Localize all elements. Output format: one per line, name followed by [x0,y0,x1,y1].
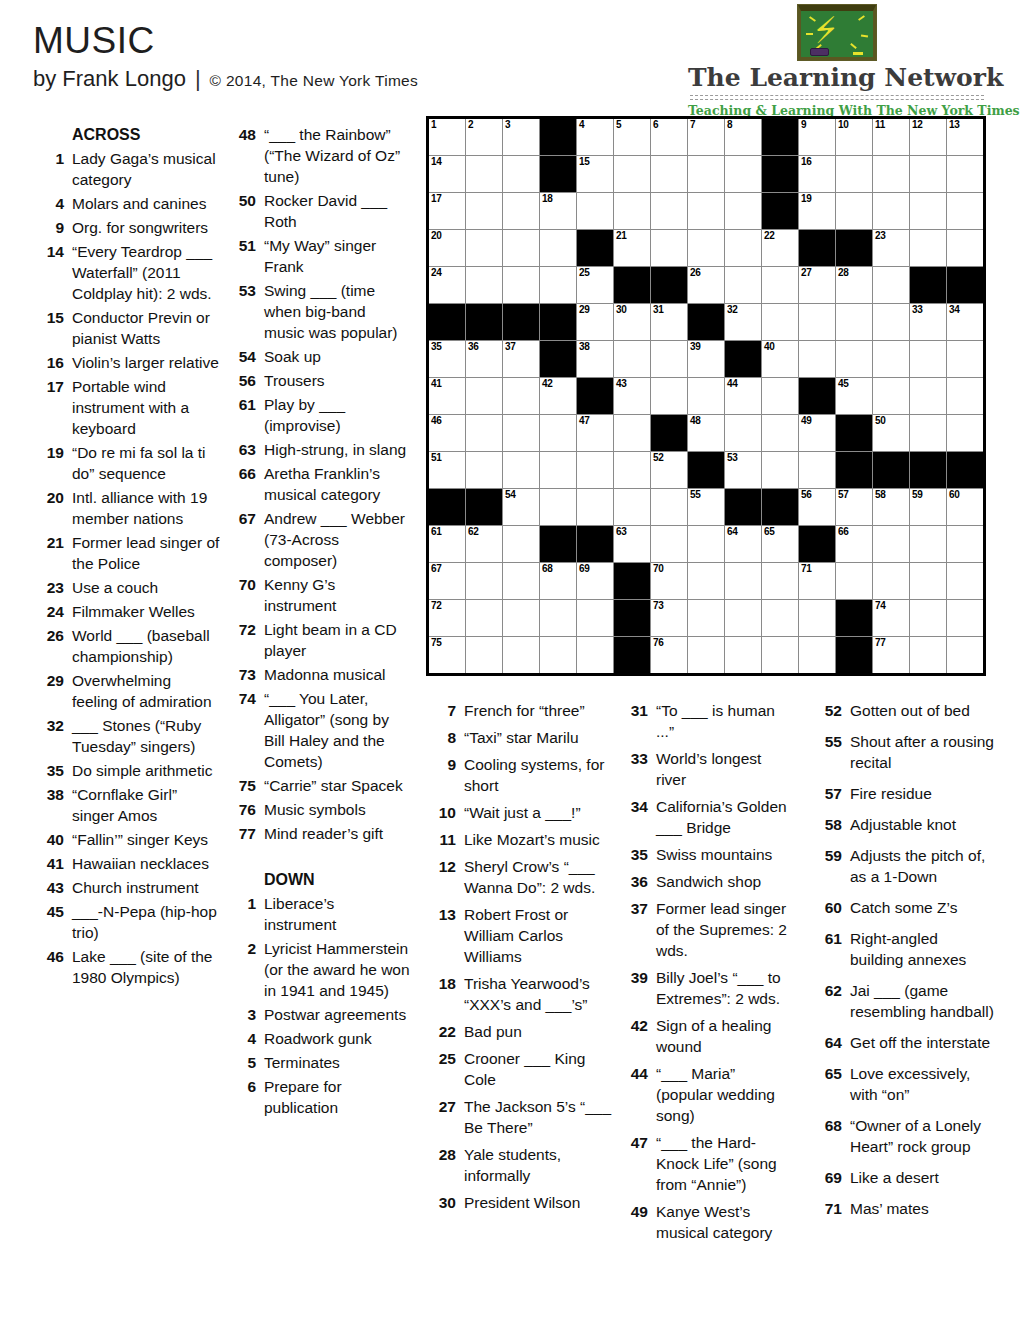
cell-number-14: 14 [431,156,442,168]
cell-r15c5[interactable] [577,637,613,673]
cell-r1c15[interactable]: 13 [947,119,983,155]
black-cell-r12c11 [799,526,835,562]
clue-text: Bad pun [464,1021,616,1042]
cell-r2c6[interactable] [614,156,650,192]
cell-r11c14[interactable]: 59 [910,489,946,525]
cell-r5c8[interactable]: 26 [688,267,724,303]
clue-down-57: 57Fire residue [816,783,994,804]
cell-number-22: 22 [764,230,775,242]
clue-number: 49 [622,1201,648,1243]
clue-down-7: 7French for “three” [430,700,616,721]
cell-r7c8[interactable]: 39 [688,341,724,377]
clue-across-50: 50Rocker David ___ Roth [230,190,410,232]
cell-r11c12[interactable]: 57 [836,489,872,525]
cell-r2c13[interactable] [873,156,909,192]
cell-r12c2[interactable]: 62 [466,526,502,562]
cell-r1c12[interactable]: 10 [836,119,872,155]
clue-text: World ___ (baseball championship) [72,625,220,667]
cell-r9c10[interactable] [762,415,798,451]
cell-r14c3[interactable] [503,600,539,636]
clue-number: 31 [622,700,648,742]
cell-r3c13[interactable] [873,193,909,229]
clue-text: Former lead singer of the Police [72,532,220,574]
cell-r12c1[interactable]: 61 [429,526,465,562]
cell-r3c5[interactable] [577,193,613,229]
cell-r10c6[interactable] [614,452,650,488]
cell-r6c15[interactable]: 34 [947,304,983,340]
cell-r7c2[interactable]: 36 [466,341,502,377]
cell-r10c9[interactable]: 53 [725,452,761,488]
clue-text: Light beam in a CD player [264,619,410,661]
cell-r8c7[interactable] [651,378,687,414]
cell-r13c14[interactable] [910,563,946,599]
clue-text: “To ___ is human ...” [656,700,792,742]
clue-number: 36 [622,871,648,892]
cell-r6c10[interactable] [762,304,798,340]
cell-r15c10[interactable] [762,637,798,673]
cell-r10c4[interactable] [540,452,576,488]
clue-text: ___ Stones (“Ruby Tuesday” singers) [72,715,220,757]
cell-r8c8[interactable] [688,378,724,414]
learning-network-logo: ⚡ The Learning Network Teaching & Learni… [688,5,986,118]
cell-number-24: 24 [431,267,442,279]
cell-r8c3[interactable] [503,378,539,414]
cell-r6c9[interactable]: 32 [725,304,761,340]
cell-r4c4[interactable] [540,230,576,266]
cell-r7c3[interactable]: 37 [503,341,539,377]
cell-r5c1[interactable]: 24 [429,267,465,303]
cell-r14c13[interactable]: 74 [873,600,909,636]
cell-r14c2[interactable] [466,600,502,636]
clue-across-46: 46Lake ___ (site of the 1980 Olympics) [38,946,220,988]
cell-r11c8[interactable]: 55 [688,489,724,525]
cell-r15c7[interactable]: 76 [651,637,687,673]
black-cell-r6c8 [688,304,724,340]
cell-r10c1[interactable]: 51 [429,452,465,488]
clue-number: 3 [230,1004,256,1025]
cell-r12c8[interactable] [688,526,724,562]
cell-r4c3[interactable] [503,230,539,266]
clue-number: 21 [38,532,64,574]
cell-r1c2[interactable]: 2 [466,119,502,155]
cell-r13c2[interactable] [466,563,502,599]
cell-r8c2[interactable] [466,378,502,414]
cell-r3c3[interactable] [503,193,539,229]
cell-r5c9[interactable] [725,267,761,303]
cell-number-70: 70 [653,563,664,575]
cell-r15c14[interactable] [910,637,946,673]
cell-r3c2[interactable] [466,193,502,229]
cell-r12c3[interactable] [503,526,539,562]
cell-r6c14[interactable]: 33 [910,304,946,340]
cell-r9c5[interactable]: 47 [577,415,613,451]
clue-across-23: 23Use a couch [38,577,220,598]
clue-across-70: 70Kenny G’s instrument [230,574,410,616]
cell-r9c1[interactable]: 46 [429,415,465,451]
cell-r7c1[interactable]: 35 [429,341,465,377]
cell-r8c15[interactable] [947,378,983,414]
clue-text: Jai ___ (game resembling handball) [850,980,994,1022]
cell-number-16: 16 [801,156,812,168]
cell-r14c5[interactable] [577,600,613,636]
cell-r12c13[interactable] [873,526,909,562]
cell-number-38: 38 [579,341,590,353]
cell-r5c12[interactable]: 28 [836,267,872,303]
cell-r9c11[interactable]: 49 [799,415,835,451]
cell-r13c9[interactable] [725,563,761,599]
cell-r15c13[interactable]: 77 [873,637,909,673]
cell-r13c7[interactable]: 70 [651,563,687,599]
cell-r8c13[interactable] [873,378,909,414]
cell-r6c11[interactable] [799,304,835,340]
cell-r3c1[interactable]: 17 [429,193,465,229]
clue-across-38: 38“Cornflake Girl” singer Amos [38,784,220,826]
cell-r2c2[interactable] [466,156,502,192]
cell-r8c10[interactable] [762,378,798,414]
cell-r4c9[interactable] [725,230,761,266]
cell-r1c5[interactable]: 4 [577,119,613,155]
clue-text: Intl. alliance with 19 member nations [72,487,220,529]
cell-r5c3[interactable] [503,267,539,303]
clue-text: Lyricist Hammerstein (or the award he wo… [264,938,410,1001]
black-cell-r7c4 [540,341,576,377]
cell-r4c7[interactable] [651,230,687,266]
cell-r4c8[interactable] [688,230,724,266]
cell-r1c6[interactable]: 5 [614,119,650,155]
clue-number: 61 [230,394,256,436]
cell-r9c3[interactable] [503,415,539,451]
black-cell-r10c8 [688,452,724,488]
cell-r4c15[interactable] [947,230,983,266]
clue-number: 12 [430,856,456,898]
black-cell-r11c10 [762,489,798,525]
clue-number: 22 [430,1021,456,1042]
cell-r7c14[interactable] [910,341,946,377]
cell-r12c14[interactable] [910,526,946,562]
cell-r8c9[interactable]: 44 [725,378,761,414]
cell-r3c11[interactable]: 19 [799,193,835,229]
cell-number-28: 28 [838,267,849,279]
cell-r15c1[interactable]: 75 [429,637,465,673]
spark-dash-icon [850,43,857,49]
clue-down-2: 2Lyricist Hammerstein (or the award he w… [230,938,410,1001]
cell-r14c14[interactable] [910,600,946,636]
cell-r14c1[interactable]: 72 [429,600,465,636]
cell-r6c5[interactable]: 29 [577,304,613,340]
black-cell-r15c12 [836,637,872,673]
clue-number: 17 [38,376,64,439]
black-cell-r11c1 [429,489,465,525]
clue-number: 61 [816,928,842,970]
cell-r1c3[interactable]: 3 [503,119,539,155]
cell-r2c1[interactable]: 14 [429,156,465,192]
cell-r1c8[interactable]: 7 [688,119,724,155]
cell-r8c1[interactable]: 41 [429,378,465,414]
cell-r15c2[interactable] [466,637,502,673]
cell-r7c10[interactable]: 40 [762,341,798,377]
cell-r1c1[interactable]: 1 [429,119,465,155]
cell-r5c5[interactable]: 25 [577,267,613,303]
clue-number: 27 [430,1096,456,1138]
cell-r2c5[interactable]: 15 [577,156,613,192]
cell-r6c6[interactable]: 30 [614,304,650,340]
cell-r1c7[interactable]: 6 [651,119,687,155]
cell-r13c10[interactable] [762,563,798,599]
cell-r7c6[interactable] [614,341,650,377]
cell-r6c13[interactable] [873,304,909,340]
clue-number: 23 [38,577,64,598]
cell-r9c13[interactable]: 50 [873,415,909,451]
cell-r10c5[interactable] [577,452,613,488]
cell-r3c8[interactable] [688,193,724,229]
cell-r12c10[interactable]: 65 [762,526,798,562]
down-header: DOWN [264,869,410,890]
cell-number-46: 46 [431,415,442,427]
cell-r15c15[interactable] [947,637,983,673]
cell-r2c12[interactable] [836,156,872,192]
cell-number-45: 45 [838,378,849,390]
cell-number-64: 64 [727,526,738,538]
black-cell-r11c2 [466,489,502,525]
clue-across-14: 14“Every Teardrop ___ Waterfall” (2011 C… [38,241,220,304]
cell-r15c11[interactable] [799,637,835,673]
cell-r9c9[interactable] [725,415,761,451]
clue-number: 77 [230,823,256,844]
cell-number-31: 31 [653,304,664,316]
clue-number: 19 [38,442,64,484]
cell-r1c11[interactable]: 9 [799,119,835,155]
clue-number: 50 [230,190,256,232]
cell-r14c9[interactable] [725,600,761,636]
cell-r14c11[interactable] [799,600,835,636]
cell-r13c3[interactable] [503,563,539,599]
cell-r7c7[interactable] [651,341,687,377]
cell-r11c13[interactable]: 58 [873,489,909,525]
cell-r11c15[interactable]: 60 [947,489,983,525]
cell-r14c4[interactable] [540,600,576,636]
cell-r4c10[interactable]: 22 [762,230,798,266]
cell-r14c10[interactable] [762,600,798,636]
clue-down-52: 52Gotten out of bed [816,700,994,721]
cell-number-36: 36 [468,341,479,353]
cell-r10c2[interactable] [466,452,502,488]
cell-number-11: 11 [875,119,885,131]
cell-r2c9[interactable] [725,156,761,192]
clue-text: President Wilson [464,1192,616,1213]
cell-r2c14[interactable] [910,156,946,192]
clue-across-53: 53Swing ___ (time when big-band music wa… [230,280,410,343]
cell-r9c6[interactable] [614,415,650,451]
cell-r8c12[interactable]: 45 [836,378,872,414]
cell-r3c6[interactable] [614,193,650,229]
black-cell-r10c12 [836,452,872,488]
cell-r11c3[interactable]: 54 [503,489,539,525]
cell-r15c9[interactable] [725,637,761,673]
black-cell-r12c4 [540,526,576,562]
cell-r1c13[interactable]: 11 [873,119,909,155]
clue-number: 25 [430,1048,456,1090]
clue-text: Music symbols [264,799,410,820]
clue-column-4: 31“To ___ is human ...”33World’s longest… [622,700,792,1249]
cell-r5c4[interactable] [540,267,576,303]
clue-number: 32 [38,715,64,757]
clue-text: “Carrie” star Spacek [264,775,410,796]
cell-r7c5[interactable]: 38 [577,341,613,377]
cell-r13c5[interactable]: 69 [577,563,613,599]
cell-r5c10[interactable] [762,267,798,303]
black-cell-r5c6 [614,267,650,303]
clue-text: Sheryl Crow’s “___ Wanna Do”: 2 wds. [464,856,616,898]
cell-r9c15[interactable] [947,415,983,451]
cell-r9c4[interactable] [540,415,576,451]
cell-r8c6[interactable]: 43 [614,378,650,414]
clue-across-17: 17Portable wind instrument with a keyboa… [38,376,220,439]
cell-number-67: 67 [431,563,442,575]
cell-r13c4[interactable]: 68 [540,563,576,599]
black-cell-r8c5 [577,378,613,414]
cell-r3c15[interactable] [947,193,983,229]
cell-r7c12[interactable] [836,341,872,377]
cell-r4c6[interactable]: 21 [614,230,650,266]
cell-r3c9[interactable] [725,193,761,229]
clue-number: 13 [430,904,456,967]
cell-r13c8[interactable] [688,563,724,599]
cell-r13c11[interactable]: 71 [799,563,835,599]
cell-r8c4[interactable]: 42 [540,378,576,414]
cell-r3c4[interactable]: 18 [540,193,576,229]
cell-r12c7[interactable] [651,526,687,562]
cell-r13c15[interactable] [947,563,983,599]
clue-across-24: 24Filmmaker Welles [38,601,220,622]
cell-number-18: 18 [542,193,553,205]
cell-r9c8[interactable]: 48 [688,415,724,451]
cell-number-66: 66 [838,526,849,538]
cell-r2c15[interactable] [947,156,983,192]
clue-text: Roadwork gunk [264,1028,410,1049]
cell-number-57: 57 [838,489,849,501]
cell-r15c4[interactable] [540,637,576,673]
cell-r2c11[interactable]: 16 [799,156,835,192]
cell-r12c6[interactable]: 63 [614,526,650,562]
cell-r10c7[interactable]: 52 [651,452,687,488]
clue-text: Right-angled building annexes [850,928,994,970]
cell-r4c2[interactable] [466,230,502,266]
cell-r11c11[interactable]: 56 [799,489,835,525]
cell-r11c6[interactable] [614,489,650,525]
clue-number: 75 [230,775,256,796]
clue-down-33: 33World’s longest river [622,748,792,790]
cell-r5c13[interactable] [873,267,909,303]
clue-number: 60 [816,897,842,918]
clue-number: 10 [430,802,456,823]
cell-r6c7[interactable]: 31 [651,304,687,340]
clue-column-5: 52Gotten out of bed55Shout after a rousi… [816,700,994,1229]
clue-across-40: 40“Fallin’” singer Keys [38,829,220,850]
cell-r2c7[interactable] [651,156,687,192]
cell-r3c14[interactable] [910,193,946,229]
cell-r10c3[interactable] [503,452,539,488]
clue-text: Org. for songwriters [72,217,220,238]
clue-text: Andrew ___ Webber (73-Across composer) [264,508,410,571]
cell-number-61: 61 [431,526,442,538]
cell-number-55: 55 [690,489,701,501]
clue-down-42: 42Sign of a healing wound [622,1015,792,1057]
clue-across-19: 19“Do re mi fa sol la ti do” sequence [38,442,220,484]
cell-r12c9[interactable]: 64 [725,526,761,562]
cell-r5c2[interactable] [466,267,502,303]
clue-column-2: 48“___ the Rainbow” (“The Wizard of Oz” … [230,124,410,1121]
clue-across-35: 35Do simple arithmetic [38,760,220,781]
clue-across-51: 51“My Way” singer Frank [230,235,410,277]
cell-r12c15[interactable] [947,526,983,562]
black-cell-r1c10 [762,119,798,155]
cell-r2c3[interactable] [503,156,539,192]
clue-text: Violin’s larger relative [72,352,220,373]
cell-number-26: 26 [690,267,701,279]
cell-r1c14[interactable]: 12 [910,119,946,155]
cell-r11c4[interactable] [540,489,576,525]
clue-across-45: 45___-N-Pepa (hip-hop trio) [38,901,220,943]
clue-number: 15 [38,307,64,349]
black-cell-r8c11 [799,378,835,414]
clue-across-4: 4Molars and canines [38,193,220,214]
cell-r7c13[interactable] [873,341,909,377]
clue-text: Yale students, informally [464,1144,616,1186]
cell-r14c8[interactable] [688,600,724,636]
cell-r13c1[interactable]: 67 [429,563,465,599]
cell-r1c9[interactable]: 8 [725,119,761,155]
cell-number-9: 9 [801,119,806,131]
clue-number: 64 [816,1032,842,1053]
cell-r4c13[interactable]: 23 [873,230,909,266]
cell-r10c10[interactable] [762,452,798,488]
cell-number-50: 50 [875,415,886,427]
cell-r2c8[interactable] [688,156,724,192]
cell-number-4: 4 [579,119,584,131]
cell-number-54: 54 [505,489,516,501]
cell-r6c12[interactable] [836,304,872,340]
cell-r14c15[interactable] [947,600,983,636]
cell-r10c11[interactable] [799,452,835,488]
clue-text: “Owner of a Lonely Heart” rock group [850,1115,994,1157]
clue-down-22: 22Bad pun [430,1021,616,1042]
cell-r13c13[interactable] [873,563,909,599]
cell-r11c7[interactable] [651,489,687,525]
clue-down-9: 9Cooling systems, for short [430,754,616,796]
cell-r3c7[interactable] [651,193,687,229]
cell-r4c14[interactable] [910,230,946,266]
spark-dash-icon [858,15,865,21]
clue-down-4: 4Roadwork gunk [230,1028,410,1049]
cell-r11c5[interactable] [577,489,613,525]
cell-r13c12[interactable] [836,563,872,599]
black-cell-r13c6 [614,563,650,599]
puzzle-title: MUSIC [33,20,418,62]
cell-r12c12[interactable]: 66 [836,526,872,562]
cell-r8c14[interactable] [910,378,946,414]
cell-r15c8[interactable] [688,637,724,673]
cell-r3c12[interactable] [836,193,872,229]
cell-r9c14[interactable] [910,415,946,451]
cell-r4c1[interactable]: 20 [429,230,465,266]
cell-r15c3[interactable] [503,637,539,673]
cell-r9c2[interactable] [466,415,502,451]
cell-r7c11[interactable] [799,341,835,377]
clue-number: 38 [38,784,64,826]
cell-r5c11[interactable]: 27 [799,267,835,303]
cell-r7c15[interactable] [947,341,983,377]
cell-r14c7[interactable]: 73 [651,600,687,636]
